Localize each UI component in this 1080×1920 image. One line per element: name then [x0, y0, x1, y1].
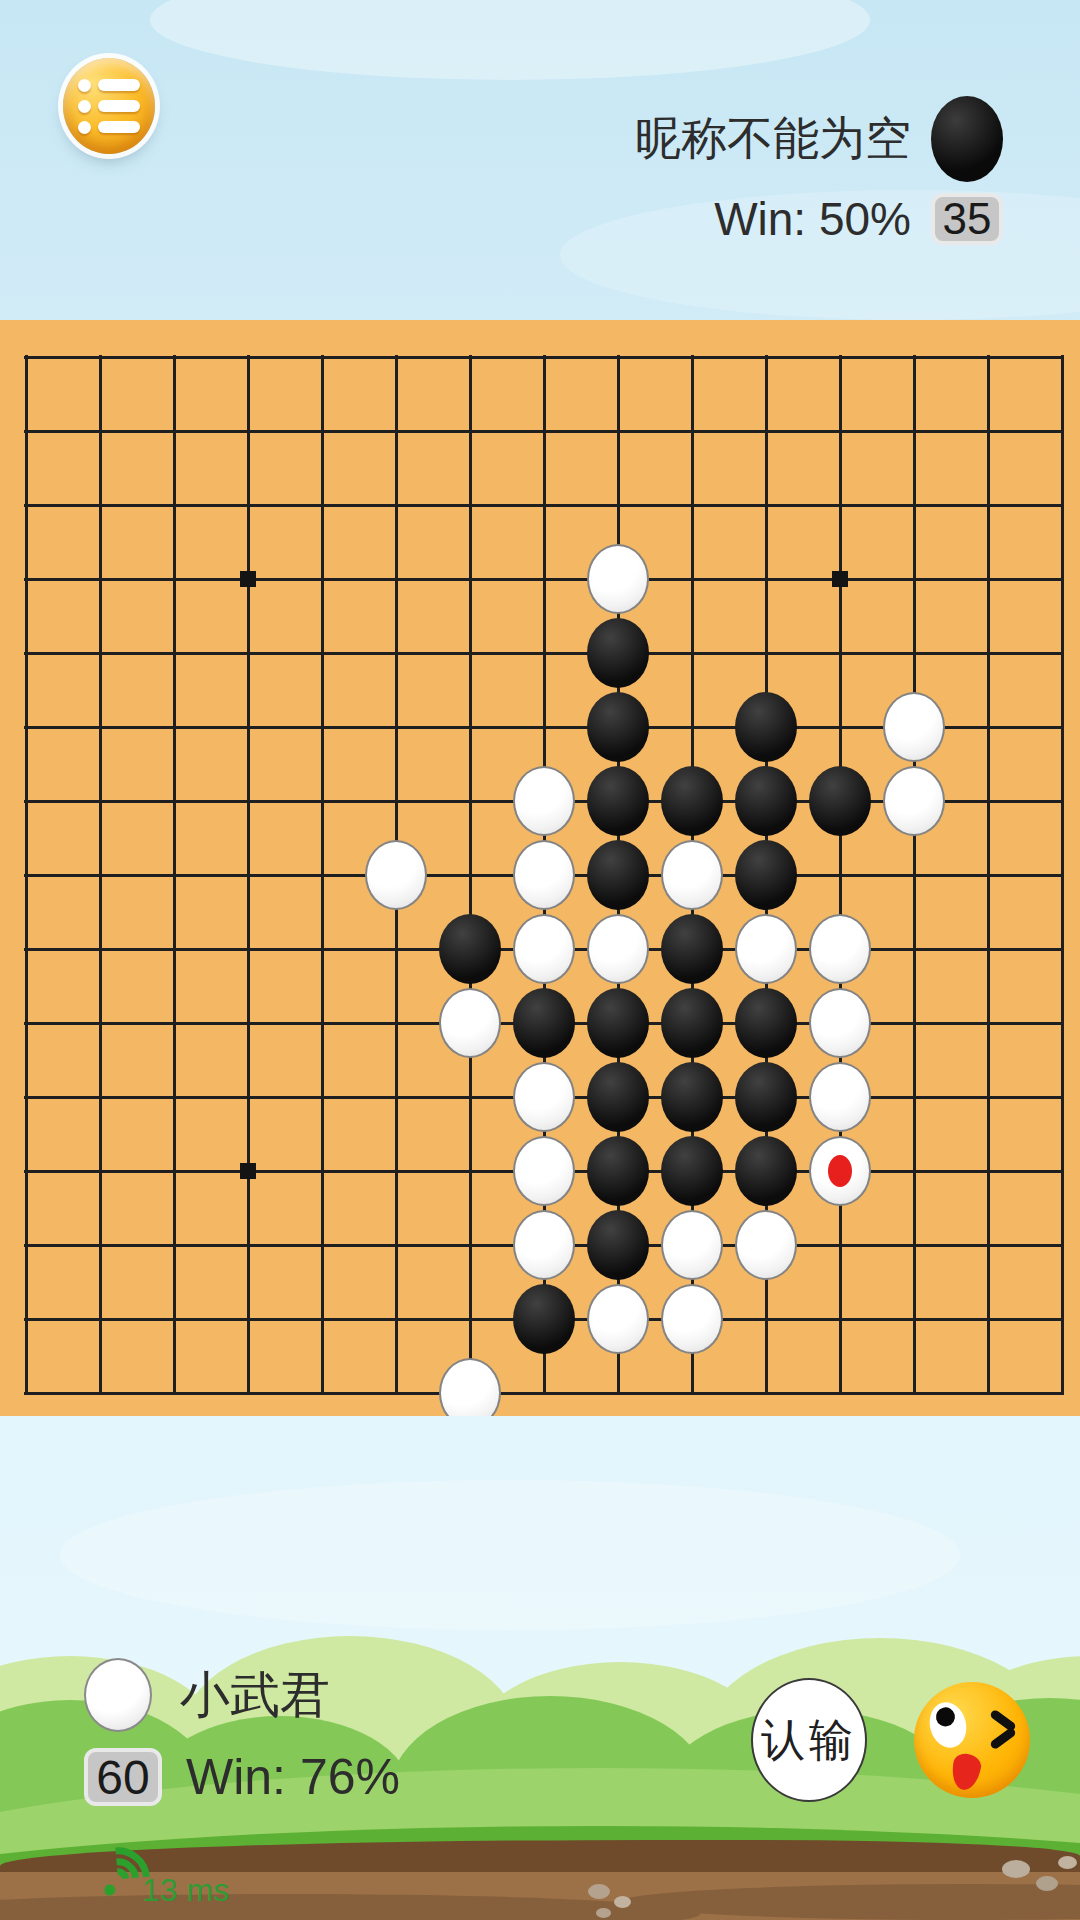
board-cell[interactable]	[729, 838, 803, 912]
board-cell[interactable]	[285, 542, 359, 616]
board-cell[interactable]	[803, 320, 877, 394]
board-cell[interactable]	[63, 690, 137, 764]
white-stone	[809, 1136, 871, 1206]
board-cell[interactable]	[211, 320, 285, 394]
board-cell[interactable]	[211, 1134, 285, 1208]
board-cell[interactable]	[285, 838, 359, 912]
board-cell[interactable]	[359, 1060, 433, 1134]
board-cell[interactable]	[211, 468, 285, 542]
white-stone	[439, 988, 501, 1058]
pebble	[1058, 1856, 1077, 1869]
board-cell[interactable]	[951, 1060, 1025, 1134]
board-cell[interactable]	[877, 1356, 951, 1416]
white-stone	[513, 840, 575, 910]
opponent-time-badge: 35	[931, 193, 1003, 245]
black-stone	[735, 766, 797, 836]
board-cell[interactable]	[285, 1060, 359, 1134]
board-cell[interactable]	[507, 1356, 581, 1416]
board-cell[interactable]	[1025, 1282, 1080, 1356]
board-cell[interactable]	[211, 986, 285, 1060]
board-cell[interactable]	[803, 986, 877, 1060]
board-cell[interactable]	[211, 1282, 285, 1356]
opponent-win-rate: Win: 50%	[714, 192, 911, 246]
board-cell[interactable]	[803, 394, 877, 468]
board-cell[interactable]	[63, 986, 137, 1060]
board-cell[interactable]	[951, 912, 1025, 986]
board-cell[interactable]	[507, 616, 581, 690]
board-cell[interactable]	[951, 616, 1025, 690]
emoji-tongue	[949, 1752, 983, 1792]
board-grid	[0, 320, 1080, 1416]
opponent-name: 昵称不能为空	[635, 108, 911, 170]
board-cell[interactable]	[63, 320, 137, 394]
board-cell[interactable]	[433, 468, 507, 542]
board-cell[interactable]	[359, 320, 433, 394]
board-cell[interactable]	[433, 690, 507, 764]
board-cell[interactable]	[507, 838, 581, 912]
board-cell[interactable]	[285, 764, 359, 838]
white-stone	[661, 1284, 723, 1354]
board-cell[interactable]	[1025, 764, 1080, 838]
game-screen: 昵称不能为空 Win: 50% 35 小武君	[0, 0, 1080, 1920]
board-cell[interactable]	[507, 1134, 581, 1208]
board-cell[interactable]	[285, 394, 359, 468]
board-cell[interactable]	[655, 542, 729, 616]
white-stone	[513, 1210, 575, 1280]
board-cell[interactable]	[877, 912, 951, 986]
pebble	[1036, 1876, 1058, 1891]
board-cell[interactable]	[951, 1134, 1025, 1208]
board-cell[interactable]	[1025, 838, 1080, 912]
board-cell[interactable]	[655, 764, 729, 838]
board-cell[interactable]	[507, 394, 581, 468]
board-cell[interactable]	[655, 986, 729, 1060]
player-white-stone-avatar	[84, 1658, 152, 1732]
board-cell[interactable]	[1025, 320, 1080, 394]
board-cell[interactable]	[803, 1134, 877, 1208]
star-point	[240, 571, 256, 587]
board-cell[interactable]	[581, 1208, 655, 1282]
board-cell[interactable]	[0, 838, 63, 912]
board-cell[interactable]	[803, 542, 877, 616]
board-cell[interactable]	[211, 838, 285, 912]
black-stone	[587, 618, 649, 688]
board-cell[interactable]	[285, 1282, 359, 1356]
board-cell[interactable]	[655, 1060, 729, 1134]
board-cell[interactable]	[877, 1134, 951, 1208]
board-cell[interactable]	[359, 838, 433, 912]
board-cell[interactable]	[285, 1208, 359, 1282]
emoji-button[interactable]	[914, 1682, 1030, 1798]
board-cell[interactable]	[581, 394, 655, 468]
board-cell[interactable]	[877, 616, 951, 690]
last-move-marker	[828, 1155, 852, 1187]
board-cell[interactable]	[359, 1208, 433, 1282]
board-cell[interactable]	[359, 394, 433, 468]
board-cell[interactable]	[877, 1282, 951, 1356]
board-cell[interactable]	[137, 394, 211, 468]
board-cell[interactable]	[359, 986, 433, 1060]
board-cell[interactable]	[63, 1134, 137, 1208]
board-cell[interactable]	[655, 1282, 729, 1356]
white-stone	[513, 1062, 575, 1132]
board-cell[interactable]	[803, 1208, 877, 1282]
pebble	[596, 1908, 611, 1918]
black-stone	[735, 840, 797, 910]
cloud	[60, 1480, 960, 1630]
board-cell[interactable]	[1025, 690, 1080, 764]
board-cell[interactable]	[951, 468, 1025, 542]
black-stone	[735, 988, 797, 1058]
board-cell[interactable]	[285, 1134, 359, 1208]
board-cell[interactable]	[63, 838, 137, 912]
board-cell[interactable]	[877, 838, 951, 912]
board-cell[interactable]	[63, 912, 137, 986]
board-cell[interactable]	[655, 912, 729, 986]
board-cell[interactable]	[211, 1208, 285, 1282]
board-cell[interactable]	[0, 1282, 63, 1356]
board-cell[interactable]	[0, 764, 63, 838]
board-cell[interactable]	[63, 1208, 137, 1282]
board-cell[interactable]	[803, 1060, 877, 1134]
list-menu-icon	[78, 79, 140, 134]
board-cell[interactable]	[581, 468, 655, 542]
board-cell[interactable]	[359, 1282, 433, 1356]
white-stone	[513, 914, 575, 984]
board-cell[interactable]	[137, 912, 211, 986]
board-cell[interactable]	[211, 1356, 285, 1416]
black-stone	[661, 1062, 723, 1132]
black-stone	[809, 766, 871, 836]
board-cell[interactable]	[655, 838, 729, 912]
board-cell[interactable]	[359, 1134, 433, 1208]
board-cell[interactable]	[877, 764, 951, 838]
board-cell[interactable]	[63, 1060, 137, 1134]
board-cell[interactable]	[951, 690, 1025, 764]
board-cell[interactable]	[137, 1282, 211, 1356]
board-cell[interactable]	[137, 468, 211, 542]
board-cell[interactable]	[137, 838, 211, 912]
board-cell[interactable]	[433, 986, 507, 1060]
board-cell[interactable]	[581, 1282, 655, 1356]
board-cell[interactable]	[951, 838, 1025, 912]
board-cell[interactable]	[729, 986, 803, 1060]
board-cell[interactable]	[433, 1282, 507, 1356]
board-cell[interactable]	[63, 542, 137, 616]
board-cell[interactable]	[803, 912, 877, 986]
board-cell[interactable]	[433, 320, 507, 394]
board-cell[interactable]	[211, 542, 285, 616]
black-stone	[735, 1136, 797, 1206]
board-cell[interactable]	[803, 690, 877, 764]
player-info: 小武君 60 Win: 76%	[84, 1658, 400, 1806]
board-cell[interactable]	[729, 1134, 803, 1208]
star-point	[240, 1163, 256, 1179]
board-cell[interactable]	[729, 912, 803, 986]
black-stone	[587, 1062, 649, 1132]
board-cell[interactable]	[729, 542, 803, 616]
board-cell[interactable]	[581, 838, 655, 912]
board-cell[interactable]	[137, 764, 211, 838]
board-cell[interactable]	[211, 1060, 285, 1134]
board-cell[interactable]	[655, 690, 729, 764]
board-cell[interactable]	[0, 1356, 63, 1416]
board-cell[interactable]	[581, 1134, 655, 1208]
black-stone	[587, 692, 649, 762]
board-cell[interactable]	[433, 1060, 507, 1134]
board-cell[interactable]	[951, 764, 1025, 838]
board-cell[interactable]	[0, 542, 63, 616]
board-cell[interactable]	[581, 542, 655, 616]
board-cell[interactable]	[877, 468, 951, 542]
board-cell[interactable]	[507, 764, 581, 838]
board-cell[interactable]	[137, 1134, 211, 1208]
board-cell[interactable]	[803, 764, 877, 838]
menu-button[interactable]	[63, 58, 155, 154]
board-cell[interactable]	[877, 394, 951, 468]
board-cell[interactable]	[1025, 394, 1080, 468]
board-cell[interactable]	[581, 986, 655, 1060]
board-cell[interactable]	[211, 616, 285, 690]
board-cell[interactable]	[803, 468, 877, 542]
black-stone	[661, 988, 723, 1058]
board-cell[interactable]	[211, 764, 285, 838]
board-cell[interactable]	[433, 394, 507, 468]
board-cell[interactable]	[211, 912, 285, 986]
board-cell[interactable]	[0, 394, 63, 468]
board-cell[interactable]	[63, 1356, 137, 1416]
board-cell[interactable]	[507, 320, 581, 394]
board-cell[interactable]	[951, 1356, 1025, 1416]
board-cell[interactable]	[433, 1134, 507, 1208]
board-cell[interactable]	[211, 394, 285, 468]
board-cell[interactable]	[137, 616, 211, 690]
board-cell[interactable]	[655, 616, 729, 690]
emoji-wink-eye	[989, 1727, 1017, 1751]
board-cell[interactable]	[137, 986, 211, 1060]
board-cell[interactable]	[877, 542, 951, 616]
board-cell[interactable]	[655, 1356, 729, 1416]
white-stone	[809, 1062, 871, 1132]
board-cell[interactable]	[433, 912, 507, 986]
board-cell[interactable]	[359, 1356, 433, 1416]
board-cell[interactable]	[877, 1060, 951, 1134]
board-cell[interactable]	[285, 1356, 359, 1416]
board-cell[interactable]	[285, 690, 359, 764]
board-cell[interactable]	[507, 986, 581, 1060]
board-cell[interactable]	[359, 542, 433, 616]
board-cell[interactable]	[951, 542, 1025, 616]
white-stone	[365, 840, 427, 910]
board-cell[interactable]	[63, 394, 137, 468]
board-cell[interactable]	[655, 1134, 729, 1208]
board-cell[interactable]	[803, 838, 877, 912]
board-cell[interactable]	[211, 690, 285, 764]
white-stone	[587, 1284, 649, 1354]
player-name: 小武君	[180, 1662, 330, 1729]
board-cell[interactable]	[729, 1060, 803, 1134]
board-cell[interactable]	[359, 690, 433, 764]
board-cell[interactable]	[0, 690, 63, 764]
board-cell[interactable]	[359, 912, 433, 986]
board-cell[interactable]	[729, 764, 803, 838]
board-cell[interactable]	[729, 394, 803, 468]
black-stone	[513, 988, 575, 1058]
board-cell[interactable]	[729, 1208, 803, 1282]
white-stone	[587, 914, 649, 984]
board-cell[interactable]	[507, 1208, 581, 1282]
player-time-badge: 60	[84, 1748, 162, 1806]
board-cell[interactable]	[359, 764, 433, 838]
board-cell[interactable]	[581, 1060, 655, 1134]
board-cell[interactable]	[137, 1356, 211, 1416]
black-stone	[661, 1136, 723, 1206]
board-cell[interactable]	[729, 468, 803, 542]
board-cell[interactable]	[507, 912, 581, 986]
board-cell[interactable]	[655, 394, 729, 468]
black-stone	[587, 1210, 649, 1280]
board-cell[interactable]	[0, 320, 63, 394]
board-cell[interactable]	[137, 542, 211, 616]
board-cell[interactable]	[729, 1356, 803, 1416]
board-cell[interactable]	[951, 394, 1025, 468]
board-cell[interactable]	[433, 542, 507, 616]
white-stone	[439, 1358, 501, 1416]
board-cell[interactable]	[0, 1208, 63, 1282]
black-stone	[735, 1062, 797, 1132]
board-cell[interactable]	[0, 912, 63, 986]
board-cell[interactable]	[655, 320, 729, 394]
board-cell[interactable]	[137, 1208, 211, 1282]
board-cell[interactable]	[1025, 912, 1080, 986]
network-latency: 13 ms	[142, 1872, 229, 1909]
board-cell[interactable]	[803, 1356, 877, 1416]
board-cell[interactable]	[359, 616, 433, 690]
board-cell[interactable]	[63, 616, 137, 690]
board-cell[interactable]	[507, 468, 581, 542]
board-cell[interactable]	[729, 1282, 803, 1356]
white-stone	[883, 766, 945, 836]
board-cell[interactable]	[877, 986, 951, 1060]
board-cell[interactable]	[1025, 1060, 1080, 1134]
board-cell[interactable]	[433, 764, 507, 838]
board-cell[interactable]	[285, 468, 359, 542]
black-stone	[735, 692, 797, 762]
board-cell[interactable]	[803, 1282, 877, 1356]
board-cell[interactable]	[951, 320, 1025, 394]
board-cell[interactable]	[951, 1208, 1025, 1282]
emoji-left-eye	[925, 1698, 971, 1751]
board-cell[interactable]	[877, 690, 951, 764]
board-cell[interactable]	[433, 1208, 507, 1282]
white-stone	[513, 766, 575, 836]
board-cell[interactable]	[137, 1060, 211, 1134]
board-cell[interactable]	[63, 468, 137, 542]
board-cell[interactable]	[581, 690, 655, 764]
board-cell[interactable]	[1025, 468, 1080, 542]
board-cell[interactable]	[0, 1060, 63, 1134]
board-cell[interactable]	[581, 1356, 655, 1416]
board-cell[interactable]	[877, 320, 951, 394]
board-cell[interactable]	[1025, 986, 1080, 1060]
board-cell[interactable]	[63, 764, 137, 838]
board-cell[interactable]	[0, 616, 63, 690]
black-stone	[587, 766, 649, 836]
board-cell[interactable]	[507, 542, 581, 616]
board-cell[interactable]	[729, 320, 803, 394]
board-cell[interactable]	[433, 838, 507, 912]
star-point	[832, 571, 848, 587]
white-stone	[809, 914, 871, 984]
board-cell[interactable]	[729, 616, 803, 690]
board-cell[interactable]	[655, 468, 729, 542]
white-stone	[513, 1136, 575, 1206]
board-cell[interactable]	[285, 986, 359, 1060]
board-cell[interactable]	[1025, 542, 1080, 616]
white-stone	[735, 1210, 797, 1280]
board-cell[interactable]	[581, 764, 655, 838]
white-stone	[883, 692, 945, 762]
board-cell[interactable]	[285, 616, 359, 690]
board-cell[interactable]	[581, 912, 655, 986]
white-stone	[735, 914, 797, 984]
board-cell[interactable]	[137, 690, 211, 764]
pebble	[588, 1884, 610, 1899]
board-cell[interactable]	[1025, 616, 1080, 690]
board-cell[interactable]	[0, 986, 63, 1060]
board-cell[interactable]	[581, 616, 655, 690]
board-cell[interactable]	[507, 690, 581, 764]
board-cell[interactable]	[951, 1282, 1025, 1356]
board-cell[interactable]	[655, 1208, 729, 1282]
board-cell[interactable]	[729, 690, 803, 764]
black-stone	[587, 988, 649, 1058]
board-cell[interactable]	[1025, 1356, 1080, 1416]
pebble	[1002, 1860, 1030, 1878]
board-cell[interactable]	[803, 616, 877, 690]
board-cell[interactable]	[0, 1134, 63, 1208]
white-stone	[661, 1210, 723, 1280]
cloud	[150, 0, 870, 80]
black-stone	[661, 766, 723, 836]
board-cell[interactable]	[507, 1282, 581, 1356]
board-cell[interactable]	[581, 320, 655, 394]
resign-button[interactable]: 认输	[751, 1678, 867, 1802]
white-stone	[661, 840, 723, 910]
board-cell[interactable]	[507, 1060, 581, 1134]
black-stone	[587, 840, 649, 910]
board-cell[interactable]	[0, 468, 63, 542]
board-cell[interactable]	[951, 986, 1025, 1060]
black-stone	[513, 1284, 575, 1354]
pebble	[614, 1896, 631, 1908]
board-cell[interactable]	[1025, 1134, 1080, 1208]
white-stone	[809, 988, 871, 1058]
board-cell[interactable]	[359, 468, 433, 542]
board-cell[interactable]	[63, 1282, 137, 1356]
board-cell[interactable]	[877, 1208, 951, 1282]
board-cell[interactable]	[1025, 1208, 1080, 1282]
board-cell[interactable]	[285, 320, 359, 394]
board-cell[interactable]	[285, 912, 359, 986]
board-cell[interactable]	[433, 1356, 507, 1416]
player-win-rate: Win: 76%	[186, 1748, 400, 1806]
gomoku-board[interactable]	[0, 320, 1080, 1416]
opponent-info: 昵称不能为空 Win: 50% 35	[635, 96, 1003, 246]
board-cell[interactable]	[433, 616, 507, 690]
white-stone	[587, 544, 649, 614]
board-cell[interactable]	[137, 320, 211, 394]
